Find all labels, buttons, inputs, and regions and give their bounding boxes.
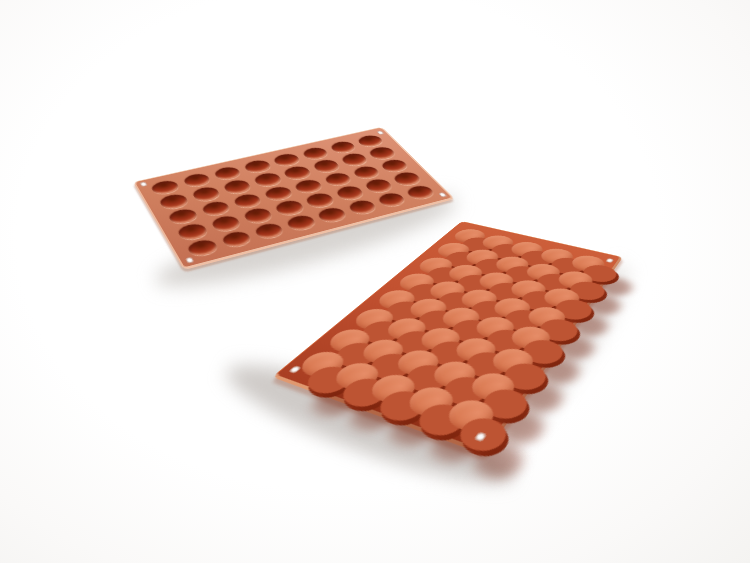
- cavity: [186, 238, 220, 258]
- cavity: [284, 213, 317, 231]
- cavity: [252, 221, 286, 240]
- product-photo: [0, 0, 750, 563]
- cavity: [346, 198, 379, 216]
- hanging-hole: [438, 192, 448, 198]
- cavity: [404, 184, 436, 201]
- cavity: [219, 229, 253, 248]
- cavity: [315, 206, 348, 224]
